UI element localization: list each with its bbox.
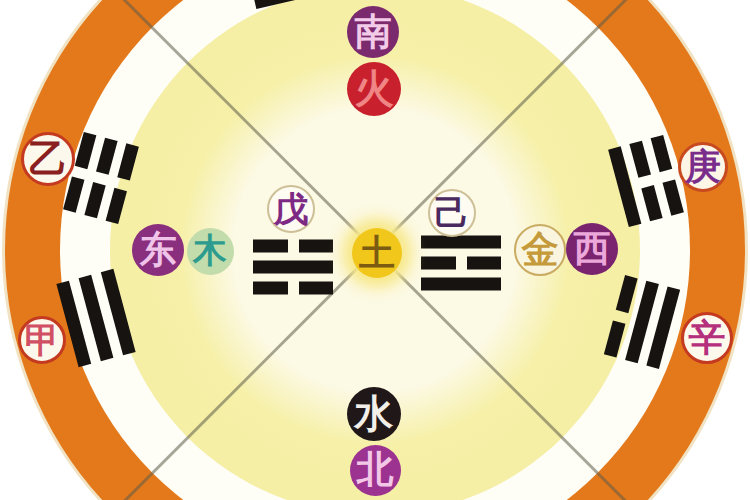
- badge-element-fire: 火: [347, 62, 401, 116]
- badge-stem-geng: 庚: [678, 142, 728, 192]
- badge-element-earth: 土: [352, 228, 402, 278]
- trigram-li-center-right: [421, 236, 501, 291]
- badge-direction-north: 北: [350, 445, 401, 496]
- badge-stem-yi: 乙: [21, 132, 75, 186]
- badge-element-wood: 木: [187, 228, 234, 275]
- badge-element-metal: 金: [514, 224, 566, 276]
- badge-stem-xin: 辛: [681, 312, 733, 364]
- badge-stem-wu: 戊: [267, 185, 315, 233]
- badge-stem-ji: 己: [428, 189, 476, 237]
- badge-stem-jia: 甲: [18, 316, 66, 364]
- badge-direction-east: 东: [132, 224, 184, 276]
- wuxing-bagua-diagram: 南 火 东 木 戊 土 己 金 西 水 北 乙 甲 庚 辛: [0, 0, 750, 500]
- badge-element-water: 水: [347, 387, 401, 441]
- badge-direction-west: 西: [566, 223, 618, 275]
- badge-direction-south: 南: [347, 6, 399, 58]
- trigram-kan-center-left: [253, 240, 333, 295]
